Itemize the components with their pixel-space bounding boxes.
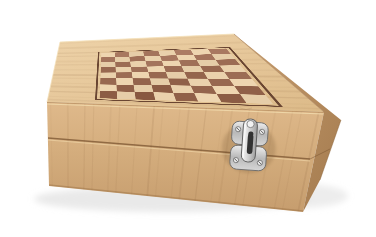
screw-icon xyxy=(235,126,241,132)
clasp-knob xyxy=(247,120,255,128)
board-square xyxy=(100,91,118,99)
screw-icon xyxy=(259,129,265,135)
board-square xyxy=(117,91,136,99)
product-photo-scene xyxy=(0,0,376,237)
bamboo-box xyxy=(0,0,376,237)
screw-icon xyxy=(233,157,239,163)
board-square xyxy=(135,92,156,100)
screw-icon xyxy=(257,160,263,166)
